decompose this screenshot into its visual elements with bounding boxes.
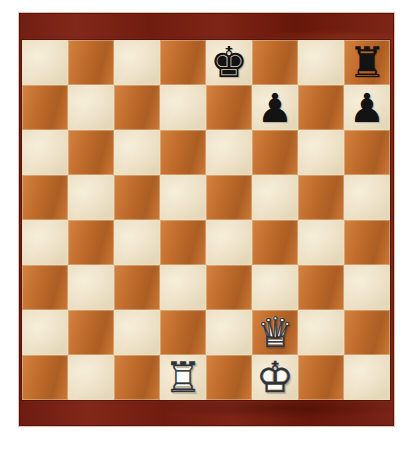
square-b1[interactable] — [68, 355, 114, 400]
square-g7[interactable] — [298, 85, 344, 130]
square-f8[interactable] — [252, 40, 298, 85]
square-f6[interactable] — [252, 130, 298, 175]
square-c1[interactable] — [114, 355, 160, 400]
square-h5[interactable] — [344, 175, 390, 220]
square-f7[interactable]: ♟ — [252, 85, 298, 130]
square-g4[interactable] — [298, 220, 344, 265]
square-b5[interactable] — [68, 175, 114, 220]
square-h1[interactable] — [344, 355, 390, 400]
square-e6[interactable] — [206, 130, 252, 175]
square-a6[interactable] — [22, 130, 68, 175]
square-g2[interactable] — [298, 310, 344, 355]
square-g3[interactable] — [298, 265, 344, 310]
square-b3[interactable] — [68, 265, 114, 310]
square-h6[interactable] — [344, 130, 390, 175]
square-d7[interactable] — [160, 85, 206, 130]
square-d1[interactable]: ♜♖ — [160, 355, 206, 400]
square-d5[interactable] — [160, 175, 206, 220]
square-g1[interactable] — [298, 355, 344, 400]
square-a3[interactable] — [22, 265, 68, 310]
black-pawn[interactable]: ♟ — [252, 85, 298, 130]
square-b8[interactable] — [68, 40, 114, 85]
square-c3[interactable] — [114, 265, 160, 310]
square-d8[interactable] — [160, 40, 206, 85]
square-e1[interactable] — [206, 355, 252, 400]
square-d6[interactable] — [160, 130, 206, 175]
square-f3[interactable] — [252, 265, 298, 310]
square-g6[interactable] — [298, 130, 344, 175]
square-e3[interactable] — [206, 265, 252, 310]
square-h7[interactable]: ♟ — [344, 85, 390, 130]
square-a8[interactable] — [22, 40, 68, 85]
black-king[interactable]: ♚ — [206, 40, 252, 85]
square-b6[interactable] — [68, 130, 114, 175]
square-a1[interactable] — [22, 355, 68, 400]
square-e7[interactable] — [206, 85, 252, 130]
square-b7[interactable] — [68, 85, 114, 130]
black-rook[interactable]: ♜ — [344, 40, 390, 85]
chess-board: ♚♜♟♟♛♕♜♖♚♔ — [22, 40, 390, 400]
white-king-outline: ♔ — [252, 355, 298, 400]
chess-board-frame: ♚♜♟♟♛♕♜♖♚♔ — [19, 13, 394, 426]
square-e5[interactable] — [206, 175, 252, 220]
square-h2[interactable] — [344, 310, 390, 355]
square-e2[interactable] — [206, 310, 252, 355]
square-h8[interactable]: ♜ — [344, 40, 390, 85]
white-rook[interactable]: ♜♖ — [160, 355, 206, 400]
white-king[interactable]: ♚♔ — [252, 355, 298, 400]
square-b2[interactable] — [68, 310, 114, 355]
square-e8[interactable]: ♚ — [206, 40, 252, 85]
square-g5[interactable] — [298, 175, 344, 220]
square-h4[interactable] — [344, 220, 390, 265]
square-c2[interactable] — [114, 310, 160, 355]
square-c7[interactable] — [114, 85, 160, 130]
square-b4[interactable] — [68, 220, 114, 265]
square-d4[interactable] — [160, 220, 206, 265]
white-queen[interactable]: ♛♕ — [252, 310, 298, 355]
square-f1[interactable]: ♚♔ — [252, 355, 298, 400]
square-a7[interactable] — [22, 85, 68, 130]
white-queen-outline: ♕ — [252, 310, 298, 355]
square-c6[interactable] — [114, 130, 160, 175]
square-f2[interactable]: ♛♕ — [252, 310, 298, 355]
square-a5[interactable] — [22, 175, 68, 220]
square-h3[interactable] — [344, 265, 390, 310]
square-f4[interactable] — [252, 220, 298, 265]
square-g8[interactable] — [298, 40, 344, 85]
black-pawn[interactable]: ♟ — [344, 85, 390, 130]
square-a4[interactable] — [22, 220, 68, 265]
square-f5[interactable] — [252, 175, 298, 220]
square-c4[interactable] — [114, 220, 160, 265]
square-d2[interactable] — [160, 310, 206, 355]
square-e4[interactable] — [206, 220, 252, 265]
square-c8[interactable] — [114, 40, 160, 85]
square-a2[interactable] — [22, 310, 68, 355]
square-d3[interactable] — [160, 265, 206, 310]
white-rook-outline: ♖ — [160, 355, 206, 400]
square-c5[interactable] — [114, 175, 160, 220]
